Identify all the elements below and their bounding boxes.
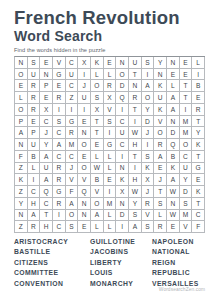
grid-cell[interactable]: M: [104, 198, 117, 210]
grid-cell[interactable]: S: [129, 210, 142, 222]
grid-cell[interactable]: E: [91, 139, 104, 151]
grid-cell[interactable]: C: [180, 151, 193, 163]
grid-cell[interactable]: A: [40, 174, 53, 186]
grid-cell[interactable]: A: [40, 151, 53, 163]
grid-cell[interactable]: T: [129, 151, 142, 163]
grid-cell[interactable]: K: [167, 163, 180, 175]
grid-cell[interactable]: R: [129, 92, 142, 104]
grid-cell[interactable]: C: [116, 139, 129, 151]
word-column: GUILLOTINEJACOBINSLIBERTYLOUISMONARCHY: [90, 237, 152, 289]
grid-cell[interactable]: L: [91, 221, 104, 233]
grid-cell[interactable]: V: [53, 57, 66, 69]
grid-cell[interactable]: N: [167, 57, 180, 69]
word-list-item: LOUIS: [90, 268, 152, 278]
grid-cell[interactable]: R: [53, 163, 66, 175]
grid-cell[interactable]: Z: [66, 92, 79, 104]
grid-cell[interactable]: S: [142, 151, 155, 163]
grid-cell[interactable]: J: [66, 163, 79, 175]
word-list: ARISTOCRACYBASTILLECITIZENSCOMMITTEECONV…: [14, 237, 205, 289]
grid-cell[interactable]: N: [154, 69, 167, 81]
grid-cell[interactable]: N: [78, 127, 91, 139]
grid-cell[interactable]: S: [180, 198, 193, 210]
grid-cell[interactable]: X: [78, 57, 91, 69]
watermark-text: WordsearchZen.com: [159, 287, 205, 292]
grid-cell[interactable]: U: [66, 69, 79, 81]
grid-cell[interactable]: J: [40, 127, 53, 139]
grid-cell[interactable]: I: [78, 69, 91, 81]
grid-cell[interactable]: W: [167, 210, 180, 222]
grid-cell[interactable]: T: [180, 92, 193, 104]
grid-cell[interactable]: G: [192, 163, 205, 175]
grid-cell[interactable]: I: [180, 104, 193, 116]
grid-cell[interactable]: N: [15, 210, 28, 222]
grid-cell[interactable]: N: [78, 210, 91, 222]
grid-cell[interactable]: I: [104, 127, 117, 139]
grid-cell[interactable]: N: [167, 198, 180, 210]
grid-cell[interactable]: K: [154, 104, 167, 116]
grid-cell[interactable]: O: [66, 210, 79, 222]
grid-cell[interactable]: Q: [167, 139, 180, 151]
word-list-item: BASTILLE: [14, 247, 90, 257]
grid-cell[interactable]: K: [154, 80, 167, 92]
grid-cell[interactable]: M: [180, 210, 193, 222]
grid-cell[interactable]: R: [154, 221, 167, 233]
grid-cell[interactable]: M: [180, 127, 193, 139]
grid-cell[interactable]: K: [91, 57, 104, 69]
puzzle-header: French Revolution Word Search Find the w…: [14, 8, 204, 53]
grid-cell[interactable]: J: [142, 127, 155, 139]
grid-cell[interactable]: E: [40, 92, 53, 104]
word-list-item: ARISTOCRACY: [14, 237, 90, 247]
grid-cell[interactable]: C: [40, 116, 53, 128]
grid-cell[interactable]: E: [180, 57, 193, 69]
grid-cell[interactable]: S: [66, 221, 79, 233]
grid-cell[interactable]: L: [104, 69, 117, 81]
grid-cell[interactable]: C: [53, 127, 66, 139]
grid-cell[interactable]: S: [142, 57, 155, 69]
grid-cell[interactable]: R: [142, 198, 155, 210]
grid-cell[interactable]: U: [154, 92, 167, 104]
grid-cell[interactable]: Q: [78, 186, 91, 198]
grid-cell[interactable]: P: [28, 127, 41, 139]
grid-cell[interactable]: O: [15, 69, 28, 81]
grid-cell[interactable]: Z: [15, 221, 28, 233]
grid-cell[interactable]: Z: [15, 163, 28, 175]
grid-cell[interactable]: B: [167, 151, 180, 163]
grid-cell[interactable]: B: [28, 151, 41, 163]
grid-cell[interactable]: X: [142, 174, 155, 186]
grid-cell[interactable]: E: [154, 163, 167, 175]
grid-cell[interactable]: K: [192, 186, 205, 198]
grid-cell[interactable]: R: [53, 92, 66, 104]
grid-cell[interactable]: R: [28, 221, 41, 233]
grid-cell[interactable]: J: [154, 174, 167, 186]
word-list-item: CITIZENS: [14, 258, 90, 268]
grid-cell[interactable]: R: [192, 104, 205, 116]
grid-cell[interactable]: R: [66, 127, 79, 139]
grid-cell[interactable]: I: [129, 116, 142, 128]
grid-cell[interactable]: C: [28, 186, 41, 198]
grid-cell[interactable]: N: [129, 80, 142, 92]
grid-cell[interactable]: C: [53, 221, 66, 233]
grid-cell[interactable]: A: [167, 174, 180, 186]
grid-cell[interactable]: Y: [192, 127, 205, 139]
grid-cell[interactable]: E: [192, 92, 205, 104]
grid-cell[interactable]: E: [104, 174, 117, 186]
grid-cell[interactable]: R: [104, 80, 117, 92]
grid-cell[interactable]: N: [40, 69, 53, 81]
grid-cell[interactable]: Y: [129, 198, 142, 210]
word-list-item: COMMITTEE: [14, 268, 90, 278]
grid-cell[interactable]: E: [15, 80, 28, 92]
grid-cell[interactable]: S: [154, 198, 167, 210]
grid-cell[interactable]: T: [91, 127, 104, 139]
grid-cell[interactable]: L: [28, 163, 41, 175]
grid-cell[interactable]: R: [154, 139, 167, 151]
grid-cell[interactable]: I: [142, 139, 155, 151]
grid-cell[interactable]: A: [129, 221, 142, 233]
word-list-item: LIBERTY: [90, 258, 152, 268]
grid-cell[interactable]: S: [53, 116, 66, 128]
grid-cell[interactable]: E: [78, 116, 91, 128]
grid-cell[interactable]: F: [15, 151, 28, 163]
grid-cell[interactable]: O: [116, 69, 129, 81]
grid-cell[interactable]: O: [78, 163, 91, 175]
grid-cell[interactable]: Y: [40, 139, 53, 151]
grid-cell[interactable]: E: [53, 80, 66, 92]
grid-cell[interactable]: G: [53, 69, 66, 81]
grid-cell[interactable]: A: [66, 198, 79, 210]
grid-cell[interactable]: H: [129, 139, 142, 151]
grid-cell[interactable]: Y: [180, 174, 193, 186]
grid-cell[interactable]: O: [91, 198, 104, 210]
grid-cell[interactable]: U: [129, 57, 142, 69]
grid-cell[interactable]: D: [116, 80, 129, 92]
grid-cell[interactable]: J: [142, 186, 155, 198]
page-title: French Revolution: [14, 8, 204, 27]
grid-cell[interactable]: P: [40, 80, 53, 92]
grid-cell[interactable]: Q: [116, 92, 129, 104]
grid-cell[interactable]: U: [28, 139, 41, 151]
grid-cell[interactable]: D: [142, 116, 155, 128]
grid-cell[interactable]: W: [167, 186, 180, 198]
grid-cell[interactable]: W: [129, 186, 142, 198]
grid-cell[interactable]: A: [167, 92, 180, 104]
page-subtitle: Word Search: [14, 28, 204, 44]
grid-cell[interactable]: J: [78, 80, 91, 92]
grid-cell[interactable]: W: [91, 163, 104, 175]
grid-cell[interactable]: W: [129, 127, 142, 139]
grid-cell[interactable]: R: [53, 174, 66, 186]
grid-cell[interactable]: C: [66, 80, 79, 92]
grid-cell[interactable]: V: [142, 210, 155, 222]
grid-cell[interactable]: A: [154, 151, 167, 163]
grid-cell[interactable]: N: [15, 57, 28, 69]
grid-cell[interactable]: E: [104, 57, 117, 69]
grid-cell[interactable]: S: [91, 92, 104, 104]
word-list-item: MONARCHY: [90, 279, 152, 289]
grid-cell[interactable]: O: [142, 92, 155, 104]
grid-cell[interactable]: L: [91, 69, 104, 81]
grid-cell[interactable]: A: [167, 104, 180, 116]
grid-cell[interactable]: E: [180, 69, 193, 81]
grid-cell[interactable]: S: [142, 221, 155, 233]
grid-cell[interactable]: O: [15, 104, 28, 116]
grid-cell[interactable]: L: [167, 80, 180, 92]
grid-cell[interactable]: C: [66, 57, 79, 69]
grid-cell[interactable]: C: [116, 116, 129, 128]
grid-cell[interactable]: L: [192, 57, 205, 69]
grid-cell[interactable]: G: [53, 186, 66, 198]
grid-cell[interactable]: T: [192, 198, 205, 210]
grid-cell[interactable]: E: [192, 174, 205, 186]
grid-cell[interactable]: Y: [154, 57, 167, 69]
grid-cell[interactable]: I: [53, 210, 66, 222]
grid-cell[interactable]: V: [180, 221, 193, 233]
grid-cell[interactable]: I: [129, 163, 142, 175]
grid-cell[interactable]: G: [104, 139, 117, 151]
grid-cell[interactable]: A: [15, 127, 28, 139]
grid-cell[interactable]: K: [142, 163, 155, 175]
grid-cell[interactable]: T: [91, 116, 104, 128]
grid-cell[interactable]: X: [116, 186, 129, 198]
grid-cell[interactable]: L: [15, 92, 28, 104]
grid-cell[interactable]: E: [28, 116, 41, 128]
grid-cell[interactable]: F: [192, 221, 205, 233]
grid-cell[interactable]: L: [104, 210, 117, 222]
grid-cell[interactable]: U: [180, 163, 193, 175]
grid-cell[interactable]: K: [192, 139, 205, 151]
word-list-item: REPUBLIC: [152, 268, 205, 278]
grid-cell[interactable]: X: [91, 104, 104, 116]
grid-cell[interactable]: I: [66, 104, 79, 116]
grid-cell[interactable]: L: [91, 151, 104, 163]
grid-cell[interactable]: E: [78, 221, 91, 233]
grid-cell[interactable]: C: [40, 198, 53, 210]
word-list-item: GUILLOTINE: [90, 237, 152, 247]
grid-cell[interactable]: C: [66, 151, 79, 163]
grid-cell[interactable]: L: [104, 151, 117, 163]
grid-cell[interactable]: L: [104, 163, 117, 175]
grid-cell[interactable]: C: [53, 151, 66, 163]
grid-cell[interactable]: K: [15, 174, 28, 186]
grid-cell[interactable]: D: [180, 186, 193, 198]
grid-cell[interactable]: T: [129, 104, 142, 116]
word-list-item: CONVENTION: [14, 279, 90, 289]
grid-cell[interactable]: C: [192, 210, 205, 222]
word-list-item: NATIONAL: [152, 247, 205, 257]
word-column: ARISTOCRACYBASTILLECITIZENSCOMMITTEECONV…: [14, 237, 90, 289]
grid-cell[interactable]: R: [28, 80, 41, 92]
grid-cell[interactable]: L: [154, 210, 167, 222]
grid-cell[interactable]: Y: [15, 198, 28, 210]
grid-cell[interactable]: G: [66, 116, 79, 128]
grid-cell[interactable]: Q: [40, 186, 53, 198]
word-search-page: French Revolution Word Search Find the w…: [0, 0, 212, 300]
grid-cell[interactable]: F: [66, 186, 79, 198]
instructions-text: Find the words hidden in the puzzle: [14, 47, 204, 53]
grid-cell[interactable]: Z: [15, 186, 28, 198]
grid-cell[interactable]: I: [104, 186, 117, 198]
grid-cell[interactable]: T: [180, 80, 193, 92]
grid-cell[interactable]: L: [104, 221, 117, 233]
grid-cell[interactable]: O: [154, 127, 167, 139]
grid-cell[interactable]: E: [40, 57, 53, 69]
grid-cell[interactable]: P: [15, 116, 28, 128]
grid-cell[interactable]: T: [192, 151, 205, 163]
grid-cell[interactable]: E: [167, 69, 180, 81]
grid-cell[interactable]: V: [91, 186, 104, 198]
grid-cell[interactable]: R: [53, 198, 66, 210]
grid-cell[interactable]: H: [28, 198, 41, 210]
grid-cell[interactable]: A: [91, 210, 104, 222]
grid-cell[interactable]: I: [78, 104, 91, 116]
grid-cell[interactable]: O: [78, 139, 91, 151]
grid-cell[interactable]: K: [116, 174, 129, 186]
grid-cell[interactable]: S: [28, 57, 41, 69]
grid-cell[interactable]: I: [28, 174, 41, 186]
grid-cell[interactable]: D: [116, 210, 129, 222]
grid-cell[interactable]: B: [91, 174, 104, 186]
grid-cell[interactable]: I: [116, 151, 129, 163]
grid-cell[interactable]: A: [28, 210, 41, 222]
grid-cell[interactable]: D: [167, 127, 180, 139]
grid-cell[interactable]: H: [129, 174, 142, 186]
grid-cell[interactable]: Y: [142, 104, 155, 116]
word-column: NAPOLEONNATIONALREIGNREPUBLICVERSAILLES: [152, 237, 205, 289]
grid-cell[interactable]: N: [15, 139, 28, 151]
grid-cell[interactable]: V: [66, 174, 79, 186]
grid-cell[interactable]: T: [129, 69, 142, 81]
grid-cell[interactable]: N: [116, 198, 129, 210]
grid-cell[interactable]: M: [180, 116, 193, 128]
grid-cell[interactable]: N: [78, 198, 91, 210]
grid-cell[interactable]: U: [28, 69, 41, 81]
grid-cell[interactable]: R: [28, 104, 41, 116]
grid-cell[interactable]: S: [104, 116, 117, 128]
grid-cell[interactable]: X: [40, 104, 53, 116]
word-list-item: NAPOLEON: [152, 237, 205, 247]
grid-cell[interactable]: I: [53, 104, 66, 116]
word-grid: NSEVCXKENUSYNELOUNGUILLOTINEEIERPECJORDN…: [14, 56, 205, 233]
grid-cell[interactable]: N: [116, 163, 129, 175]
grid-cell[interactable]: U: [116, 127, 129, 139]
grid-cell[interactable]: T: [192, 116, 205, 128]
grid-cell[interactable]: A: [53, 139, 66, 151]
grid-cell[interactable]: I: [192, 69, 205, 81]
grid-cell[interactable]: U: [78, 92, 91, 104]
grid-cell[interactable]: E: [167, 221, 180, 233]
grid-cell[interactable]: I: [142, 69, 155, 81]
word-list-item: REIGN: [152, 258, 205, 268]
grid-cell[interactable]: M: [66, 139, 79, 151]
grid-cell[interactable]: U: [40, 163, 53, 175]
grid-cell[interactable]: B: [192, 80, 205, 92]
grid-cell[interactable]: E: [78, 151, 91, 163]
grid-cell[interactable]: T: [40, 210, 53, 222]
grid-cell[interactable]: A: [142, 80, 155, 92]
grid-cell[interactable]: H: [40, 221, 53, 233]
grid-cell[interactable]: N: [116, 57, 129, 69]
word-list-item: JACOBINS: [90, 247, 152, 257]
grid-cell[interactable]: V: [154, 116, 167, 128]
grid-cell[interactable]: V: [104, 104, 117, 116]
grid-cell[interactable]: R: [28, 92, 41, 104]
grid-cell[interactable]: I: [116, 221, 129, 233]
grid-cell[interactable]: T: [154, 186, 167, 198]
grid-cell[interactable]: I: [116, 104, 129, 116]
grid-cell[interactable]: X: [104, 92, 117, 104]
grid-cell[interactable]: O: [180, 139, 193, 151]
grid-cell[interactable]: O: [91, 80, 104, 92]
grid-cell[interactable]: V: [78, 174, 91, 186]
grid-cell[interactable]: N: [167, 116, 180, 128]
